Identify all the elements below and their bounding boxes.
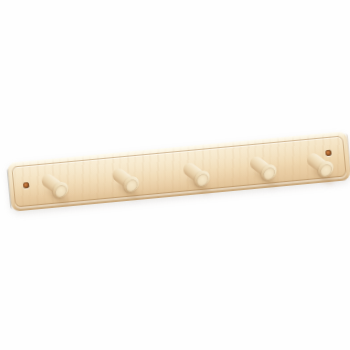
product-photo — [0, 0, 350, 350]
peg-rack — [7, 131, 350, 212]
